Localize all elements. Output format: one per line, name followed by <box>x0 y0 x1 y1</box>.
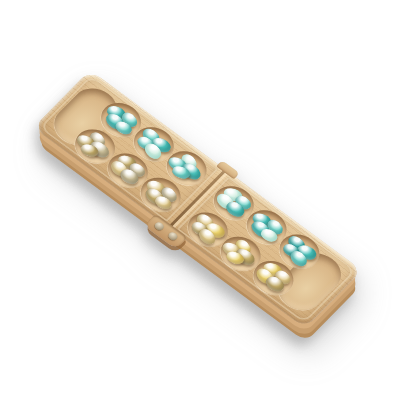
mancala-board-photo <box>0 0 400 400</box>
mancala-board <box>33 70 362 328</box>
board-panel-left <box>39 75 219 222</box>
photo-canvas <box>0 0 400 400</box>
hinge-rivet-icon <box>167 231 180 242</box>
hinge-rivet-icon <box>153 221 166 232</box>
